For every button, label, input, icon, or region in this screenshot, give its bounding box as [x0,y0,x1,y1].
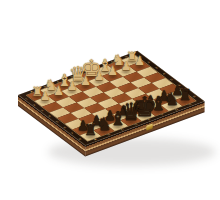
piece-white-pawn[interactable]: ♟ [80,76,91,88]
piece-black-knight[interactable]: ♞ [96,116,112,133]
piece-white-pawn[interactable]: ♟ [53,86,64,98]
product-photo: AABBCCDDEEFFGGHH1122334455667788 ♜♞♝♛♚♝♞… [0,0,220,200]
piece-black-rook[interactable]: ♜ [178,88,192,103]
piece-white-pawn[interactable]: ♟ [94,71,105,83]
piece-white-pawn[interactable]: ♟ [134,56,145,68]
pieces-layer: ♜♞♝♛♚♝♞♜♟♟♟♟♟♟♟♟♟♟♟♟♟♟♟♟♜♞♝♛♚♝♞♜ [0,0,220,200]
piece-white-pawn[interactable]: ♟ [107,66,118,78]
piece-black-rook[interactable]: ♜ [84,123,98,138]
piece-white-pawn[interactable]: ♟ [67,81,78,93]
piece-white-pawn[interactable]: ♟ [121,61,132,73]
piece-white-pawn[interactable]: ♟ [40,91,51,103]
